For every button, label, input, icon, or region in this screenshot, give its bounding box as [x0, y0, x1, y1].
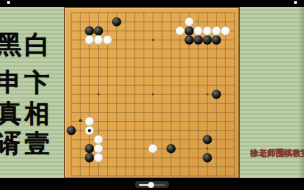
- progress-knob[interactable]: [148, 182, 154, 188]
- black-stone: [184, 36, 193, 45]
- black-stone: [112, 17, 121, 26]
- star-point: [151, 39, 153, 41]
- black-stone: [84, 26, 93, 35]
- black-stone: [166, 144, 175, 153]
- video-progress-pill[interactable]: [135, 181, 169, 188]
- white-stone: [94, 135, 103, 144]
- white-stone: [184, 17, 193, 26]
- star-point: [206, 148, 208, 150]
- white-stone: [193, 26, 202, 35]
- black-stone: [202, 36, 211, 45]
- watermark-text: 徐老师围棋教室: [250, 148, 304, 159]
- white-stone: [84, 117, 93, 126]
- caption-char-black-side: 谞: [0, 130, 22, 156]
- black-stone: [211, 90, 220, 99]
- star-point: [151, 93, 153, 95]
- white-stone: [211, 26, 220, 35]
- corner-dot-left: [7, 1, 10, 4]
- white-stone: [175, 26, 184, 35]
- caption-char-black-side: 真: [0, 100, 22, 126]
- small-board-dot: [78, 119, 81, 122]
- black-stone: [84, 144, 93, 153]
- black-stone: [202, 153, 211, 162]
- white-stone: [84, 36, 93, 45]
- black-stone: [211, 36, 220, 45]
- white-stone: [94, 144, 103, 153]
- caption-char-white-side: 白: [24, 31, 50, 57]
- white-stone: [94, 153, 103, 162]
- white-stone: [221, 26, 230, 35]
- caption-char-white-side: 相: [24, 100, 50, 126]
- black-stone: [94, 26, 103, 35]
- caption-black-player-column: 黑申真谞: [0, 0, 22, 171]
- caption-char-black-side: 黑: [0, 31, 22, 57]
- black-stone: [193, 36, 202, 45]
- last-move-marker: [87, 129, 90, 132]
- top-letterbox-bar: [0, 0, 304, 7]
- black-stone: [184, 26, 193, 35]
- white-stone: [103, 36, 112, 45]
- black-stone: [84, 153, 93, 162]
- go-board-grid: [65, 8, 242, 180]
- caption-char-white-side: 卞: [24, 69, 50, 95]
- black-stone: [202, 135, 211, 144]
- caption-char-white-side: 壹: [24, 130, 50, 156]
- white-stone: [94, 36, 103, 45]
- caption-white-player-column: 白卞相壹: [24, 0, 50, 171]
- caption-char-black-side: 申: [0, 69, 22, 95]
- white-stone: [148, 144, 157, 153]
- star-point: [206, 93, 208, 95]
- video-frame: 黑申真谞 白卞相壹 徐老师围棋教室: [0, 0, 304, 190]
- star-point: [97, 93, 99, 95]
- black-stone: [66, 126, 75, 135]
- white-stone: [202, 26, 211, 35]
- go-board[interactable]: [64, 7, 241, 179]
- corner-dot-right: [294, 1, 297, 4]
